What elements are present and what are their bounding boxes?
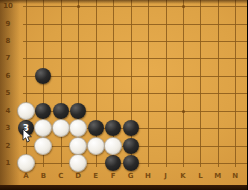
grid-line-row-7 — [23, 58, 248, 59]
grid-line-col-C — [61, 0, 62, 167]
coord-label-col-D: D — [75, 173, 81, 180]
coord-label-row-5: 5 — [6, 90, 11, 97]
black-stone — [105, 120, 121, 136]
star-point-K10 — [182, 5, 185, 8]
coord-label-row-9: 9 — [6, 20, 11, 27]
grid-line-col-N — [235, 0, 236, 167]
white-stone — [34, 119, 52, 137]
coord-label-row-10: 10 — [3, 3, 13, 10]
coord-label-col-E: E — [93, 173, 98, 180]
coord-label-col-K: K — [180, 173, 185, 180]
white-stone — [69, 137, 87, 155]
white-stone — [69, 154, 87, 172]
black-stone — [105, 155, 121, 171]
black-stone — [70, 103, 86, 119]
star-point-D10 — [77, 5, 80, 8]
coord-label-row-4: 4 — [6, 107, 11, 114]
black-stone — [123, 155, 139, 171]
coord-label-col-B: B — [41, 173, 46, 180]
black-stone — [35, 68, 51, 84]
grid-line-row-5 — [23, 93, 248, 94]
coord-label-col-G: G — [128, 173, 134, 180]
grid-line-row-9 — [23, 24, 248, 25]
grid-line-col-J — [166, 0, 167, 167]
coord-label-col-L: L — [198, 173, 202, 180]
coord-label-row-8: 8 — [6, 37, 11, 44]
white-stone — [69, 119, 87, 137]
grid-line-col-H — [148, 0, 149, 167]
coord-label-row-6: 6 — [6, 72, 11, 79]
coord-label-col-C: C — [58, 173, 63, 180]
white-stone — [34, 137, 52, 155]
coord-label-col-J: J — [164, 173, 167, 180]
black-stone — [123, 138, 139, 154]
go-app-screen: ABCDEFGHJKLMN109876543213 — [0, 0, 247, 190]
coord-label-col-N: N — [232, 173, 238, 180]
coord-label-col-F: F — [111, 173, 116, 180]
grid-line-row-8 — [23, 41, 248, 42]
coord-label-col-A: A — [23, 173, 28, 180]
mouse-cursor-icon — [22, 129, 33, 144]
grid-line-row-6 — [23, 76, 248, 77]
black-stone — [88, 120, 104, 136]
star-point-K4 — [182, 110, 185, 113]
black-stone — [123, 120, 139, 136]
coord-label-row-2: 2 — [6, 142, 11, 149]
go-board[interactable]: ABCDEFGHJKLMN109876543213 — [0, 0, 247, 190]
bottom-bar — [0, 185, 247, 190]
black-stone — [53, 103, 69, 119]
grid-line-col-K — [183, 0, 184, 167]
white-stone — [87, 137, 105, 155]
white-stone — [17, 154, 35, 172]
white-stone — [52, 119, 70, 137]
coord-label-row-1: 1 — [6, 160, 11, 167]
white-stone — [17, 102, 35, 120]
coord-label-row-3: 3 — [6, 125, 11, 132]
black-stone — [35, 103, 51, 119]
grid-line-row-10 — [23, 6, 248, 7]
coord-label-col-M: M — [214, 173, 221, 180]
white-stone — [104, 137, 122, 155]
grid-line-col-M — [218, 0, 219, 167]
coord-label-col-H: H — [145, 173, 151, 180]
grid-line-col-L — [200, 0, 201, 167]
coord-label-row-7: 7 — [6, 55, 11, 62]
